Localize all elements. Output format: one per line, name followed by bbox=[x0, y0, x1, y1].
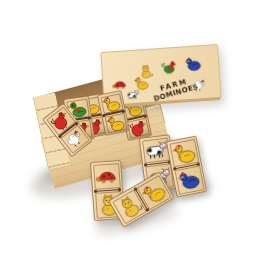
lid-art-rooster bbox=[160, 59, 181, 77]
bluebird-icon bbox=[184, 54, 203, 73]
tile-half-turtle bbox=[91, 161, 122, 191]
lid-artwork bbox=[101, 45, 217, 53]
cow-icon bbox=[143, 137, 169, 163]
lid-art-bluebird bbox=[184, 54, 207, 74]
farm-dominoes-product-photo: FARM DOMINOES bbox=[0, 0, 280, 280]
duck-icon bbox=[170, 139, 198, 167]
rooster-icon bbox=[160, 59, 177, 76]
bluebird-icon bbox=[175, 166, 203, 194]
turtle-icon bbox=[94, 164, 119, 189]
